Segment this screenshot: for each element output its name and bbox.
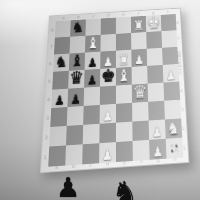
square-b1 (65, 144, 82, 165)
square-d1: ♟ (99, 142, 116, 163)
piece-white-pawn: ♟ (149, 144, 166, 159)
board-grid: ♞♜♚♝♞♝♟♟♜♟♛♟♚♝♟♟♟♛♟♟♞♟♟♘♞ ♞♘ (48, 14, 183, 167)
photo-chess-board: abcdefgh abcdefgh 87654321 87654321 Опса… (0, 0, 200, 200)
piece-black-queen: ♛ (68, 69, 84, 88)
square-f8: ♜ (131, 16, 146, 33)
captured-piece-pawn: ♟ (56, 174, 80, 200)
square-c6: ♟ (85, 52, 101, 70)
square-f3 (132, 102, 149, 122)
square-g8: ♚ (146, 15, 162, 32)
piece-white-king: ♚ (146, 14, 162, 31)
square-f2 (132, 121, 149, 141)
square-b2 (66, 125, 83, 146)
piece-white-pawn: ♟ (100, 109, 116, 123)
square-b4: ♟ (67, 88, 84, 107)
square-a4: ♟ (51, 89, 68, 108)
square-e4 (116, 85, 132, 104)
chess-board: abcdefgh abcdefgh 87654321 87654321 Опса… (40, 8, 190, 173)
square-d5: ♚ (100, 68, 116, 87)
square-c1 (82, 143, 99, 164)
square-d3: ♟ (100, 104, 116, 124)
square-a7 (54, 37, 70, 55)
piece-white-pawn: ♟ (163, 68, 179, 81)
square-g5 (147, 65, 163, 84)
piece-white-rook: ♜ (131, 18, 146, 32)
square-a2 (49, 126, 66, 147)
piece-white-queen: ♛ (132, 83, 148, 102)
square-e5: ♝ (116, 67, 132, 86)
square-d8 (101, 18, 116, 35)
square-f4: ♛ (132, 84, 148, 103)
piece-white-knight: ♞ (165, 120, 182, 138)
square-g6 (147, 48, 163, 66)
square-h3 (164, 100, 181, 120)
square-e2 (116, 122, 133, 142)
square-h5: ♟ (163, 64, 179, 83)
square-c5: ♟ (84, 69, 100, 88)
square-h6 (162, 47, 178, 65)
square-f7 (131, 32, 147, 50)
square-h7 (161, 30, 177, 48)
square-e7 (116, 33, 131, 51)
square-d7 (100, 34, 115, 52)
piece-black-knight: ♞ (70, 21, 86, 36)
square-e8 (116, 17, 131, 34)
square-g7 (146, 31, 162, 49)
square-c7: ♝ (85, 35, 101, 53)
board-logo-emblem: ♘♞ ♞♘ (170, 143, 179, 153)
piece-black-pawn: ♟ (84, 73, 100, 86)
square-h8 (161, 14, 177, 31)
piece-black-pawn: ♟ (67, 92, 84, 106)
square-a5 (52, 71, 69, 90)
square-d2 (99, 123, 116, 144)
square-b8: ♞ (70, 19, 86, 36)
square-a3 (50, 107, 67, 127)
piece-white-pawn: ♟ (149, 124, 166, 139)
square-e1 (116, 141, 133, 162)
square-g4 (148, 83, 165, 102)
piece-white-bishop: ♝ (85, 35, 101, 52)
square-f6: ♟ (131, 49, 147, 67)
piece-black-pawn: ♟ (85, 56, 101, 69)
square-c3 (83, 105, 100, 125)
square-g1: ♟ (149, 139, 166, 160)
captured-piece-knight: ♞ (112, 178, 138, 200)
square-c2 (83, 124, 100, 145)
square-d4 (100, 86, 116, 105)
square-b3 (67, 106, 84, 126)
piece-black-king: ♚ (100, 67, 116, 86)
square-b5: ♛ (68, 70, 84, 89)
square-a1 (48, 145, 66, 166)
piece-white-pawn: ♟ (131, 53, 147, 66)
square-c4 (84, 87, 100, 106)
square-f1 (133, 140, 150, 161)
square-h4 (163, 82, 180, 101)
piece-white-pawn: ♟ (99, 147, 116, 162)
square-a6: ♞ (53, 54, 69, 72)
square-a8 (55, 20, 71, 37)
piece-black-knight: ♞ (53, 55, 69, 71)
square-g2: ♟ (149, 119, 166, 139)
square-e3 (116, 103, 132, 123)
piece-black-pawn: ♟ (51, 93, 68, 107)
square-g3 (148, 101, 165, 121)
square-h1: ♘♞ ♞♘ (166, 138, 184, 159)
piece-white-bishop: ♝ (116, 67, 132, 84)
square-h2: ♞ (165, 118, 182, 138)
